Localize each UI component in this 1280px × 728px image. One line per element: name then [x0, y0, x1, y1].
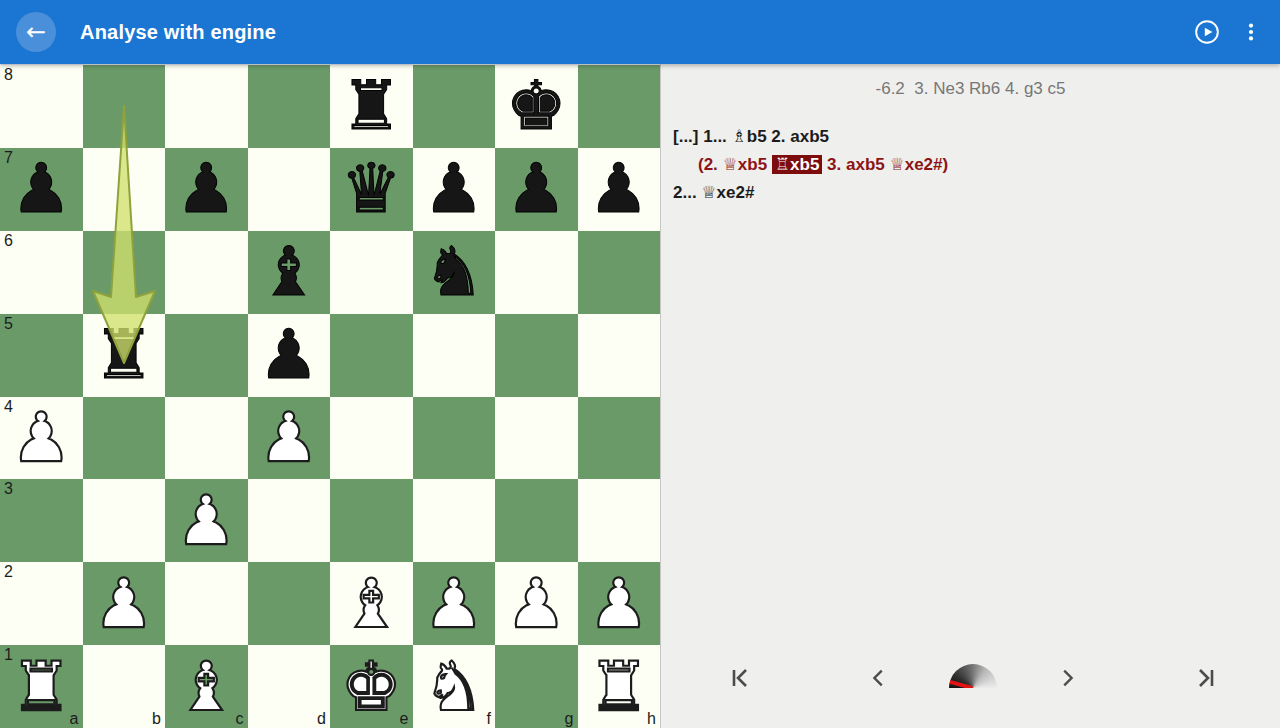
black-bishop: ♝ — [248, 231, 331, 314]
page-title: Analyse with engine — [80, 21, 276, 44]
file-label: e — [400, 710, 409, 728]
square-d5[interactable]: ♟ — [248, 314, 331, 397]
black-rook: ♜ — [83, 314, 166, 397]
square-a7[interactable]: 7♟ — [0, 148, 83, 231]
square-g4[interactable] — [495, 397, 578, 480]
square-a5[interactable]: 5 — [0, 314, 83, 397]
file-label: a — [70, 710, 79, 728]
white-bishop: ♝ — [330, 562, 413, 645]
square-f7[interactable]: ♟ — [413, 148, 496, 231]
square-h1[interactable]: h♜ — [578, 645, 661, 728]
file-label: g — [565, 710, 574, 728]
square-a2[interactable]: 2 — [0, 562, 83, 645]
square-c6[interactable] — [165, 231, 248, 314]
main-line-moves[interactable]: [...] 1... ♗b5 2. axb5 — [673, 123, 1280, 151]
square-e2[interactable]: ♝ — [330, 562, 413, 645]
file-label: f — [487, 710, 491, 728]
app-bar: ← Analyse with engine — [0, 0, 1280, 64]
nav-controls — [661, 650, 1280, 706]
square-e6[interactable] — [330, 231, 413, 314]
rank-label: 2 — [4, 563, 13, 581]
square-d8[interactable] — [248, 65, 331, 148]
play-button[interactable] — [1194, 19, 1220, 45]
square-c5[interactable] — [165, 314, 248, 397]
black-pawn: ♟ — [578, 148, 661, 231]
rank-label: 6 — [4, 232, 13, 250]
black-pawn: ♟ — [495, 148, 578, 231]
square-a1[interactable]: 1a♜ — [0, 645, 83, 728]
black-king: ♚ — [495, 65, 578, 148]
rank-label: 4 — [4, 398, 13, 416]
file-label: b — [152, 710, 161, 728]
square-e3[interactable] — [330, 479, 413, 562]
square-h8[interactable] — [578, 65, 661, 148]
first-move-button[interactable] — [722, 660, 758, 696]
rank-label: 7 — [4, 149, 13, 167]
variation-pre[interactable]: (2. ♕xb5 — [698, 155, 772, 174]
square-e8[interactable]: ♜ — [330, 65, 413, 148]
square-d1[interactable]: d — [248, 645, 331, 728]
square-b5[interactable]: ♜ — [83, 314, 166, 397]
square-f3[interactable] — [413, 479, 496, 562]
back-button[interactable]: ← — [16, 12, 56, 52]
square-f1[interactable]: f♞ — [413, 645, 496, 728]
square-g8[interactable]: ♚ — [495, 65, 578, 148]
square-a4[interactable]: 4♟ — [0, 397, 83, 480]
square-b4[interactable] — [83, 397, 166, 480]
white-knight: ♞ — [413, 645, 496, 728]
square-h3[interactable] — [578, 479, 661, 562]
square-f2[interactable]: ♟ — [413, 562, 496, 645]
file-label: c — [236, 710, 244, 728]
square-f5[interactable] — [413, 314, 496, 397]
app-bar-actions — [1194, 0, 1262, 64]
square-h4[interactable] — [578, 397, 661, 480]
square-c1[interactable]: c♝ — [165, 645, 248, 728]
square-h6[interactable] — [578, 231, 661, 314]
rank-label: 5 — [4, 315, 13, 333]
back-arrow-icon: ← — [26, 20, 46, 44]
chess-board[interactable]: 8♜♚7♟♟♛♟♟♟6♝♞5♜♟4♟♟3♟2♟♝♟♟♟1a♜bc♝de♚f♞gh… — [0, 64, 660, 728]
next-move-icon — [1056, 667, 1078, 689]
square-b8[interactable] — [83, 65, 166, 148]
square-h7[interactable]: ♟ — [578, 148, 661, 231]
rank-label: 8 — [4, 66, 13, 84]
square-a3[interactable]: 3 — [0, 479, 83, 562]
square-b7[interactable] — [83, 148, 166, 231]
white-pawn: ♟ — [248, 397, 331, 480]
current-move-highlight[interactable]: ♖xb5 — [772, 155, 823, 174]
square-b2[interactable]: ♟ — [83, 562, 166, 645]
square-d7[interactable] — [248, 148, 331, 231]
next-move-button[interactable] — [1050, 661, 1084, 695]
first-move-icon — [728, 666, 752, 690]
square-f8[interactable] — [413, 65, 496, 148]
file-label: d — [317, 710, 326, 728]
analysis-panel: -6.2 3. Ne3 Rb6 4. g3 c5 [...] 1... ♗b5 … — [660, 64, 1280, 728]
square-d2[interactable] — [248, 562, 331, 645]
overflow-menu-icon — [1240, 21, 1262, 43]
square-b3[interactable] — [83, 479, 166, 562]
file-label: h — [647, 710, 656, 728]
last-move-button[interactable] — [1188, 660, 1224, 696]
square-e5[interactable] — [330, 314, 413, 397]
prev-move-button[interactable] — [862, 661, 896, 695]
square-h5[interactable] — [578, 314, 661, 397]
eval-gauge — [949, 664, 997, 688]
square-d6[interactable]: ♝ — [248, 231, 331, 314]
square-e1[interactable]: e♚ — [330, 645, 413, 728]
previous-move-icon — [868, 667, 890, 689]
black-rook: ♜ — [330, 65, 413, 148]
eval-gauge-needle — [949, 680, 974, 688]
black-knight: ♞ — [413, 231, 496, 314]
square-g2[interactable]: ♟ — [495, 562, 578, 645]
white-pawn: ♟ — [413, 562, 496, 645]
square-c7[interactable]: ♟ — [165, 148, 248, 231]
square-g1[interactable]: g — [495, 645, 578, 728]
black-pawn: ♟ — [413, 148, 496, 231]
white-pawn: ♟ — [578, 562, 661, 645]
overflow-menu-button[interactable] — [1240, 21, 1262, 43]
square-c2[interactable] — [165, 562, 248, 645]
variation-line[interactable]: (2. ♕xb5 ♖xb5 3. axb5 ♕xe2#) — [673, 151, 1280, 179]
square-e4[interactable] — [330, 397, 413, 480]
screen: ← Analyse with engine 8♜♚7♟♟♛♟♟♟6♝♞5♜♟4♟… — [0, 0, 1280, 728]
square-f6[interactable]: ♞ — [413, 231, 496, 314]
square-e7[interactable]: ♛ — [330, 148, 413, 231]
square-c4[interactable] — [165, 397, 248, 480]
square-b6[interactable] — [83, 231, 166, 314]
black-pawn: ♟ — [248, 314, 331, 397]
variation-post[interactable]: 3. axb5 ♕xe2#) — [822, 155, 948, 174]
square-a8[interactable]: 8 — [0, 65, 83, 148]
square-g7[interactable]: ♟ — [495, 148, 578, 231]
white-pawn: ♟ — [165, 479, 248, 562]
rank-label: 1 — [4, 646, 13, 664]
white-pawn: ♟ — [83, 562, 166, 645]
square-d4[interactable]: ♟ — [248, 397, 331, 480]
engine-eval-line: -6.2 3. Ne3 Rb6 4. g3 c5 — [661, 79, 1280, 99]
square-g6[interactable] — [495, 231, 578, 314]
last-move-icon — [1194, 666, 1218, 690]
square-g3[interactable] — [495, 479, 578, 562]
square-g5[interactable] — [495, 314, 578, 397]
black-queen: ♛ — [330, 148, 413, 231]
move-text[interactable]: 2... ♕xe2# — [673, 183, 754, 202]
white-pawn: ♟ — [495, 562, 578, 645]
black-pawn: ♟ — [165, 148, 248, 231]
square-h2[interactable]: ♟ — [578, 562, 661, 645]
square-c3[interactable]: ♟ — [165, 479, 248, 562]
move-text[interactable]: [...] 1... ♗b5 2. axb5 — [673, 127, 829, 146]
square-c8[interactable] — [165, 65, 248, 148]
square-a6[interactable]: 6 — [0, 231, 83, 314]
main-line-moves-2[interactable]: 2... ♕xe2# — [673, 179, 1280, 207]
square-b1[interactable]: b — [83, 645, 166, 728]
square-d3[interactable] — [248, 479, 331, 562]
move-list: [...] 1... ♗b5 2. axb5 (2. ♕xb5 ♖xb5 3. … — [673, 123, 1280, 207]
square-f4[interactable] — [413, 397, 496, 480]
play-circle-icon — [1194, 19, 1220, 45]
rank-label: 3 — [4, 480, 13, 498]
